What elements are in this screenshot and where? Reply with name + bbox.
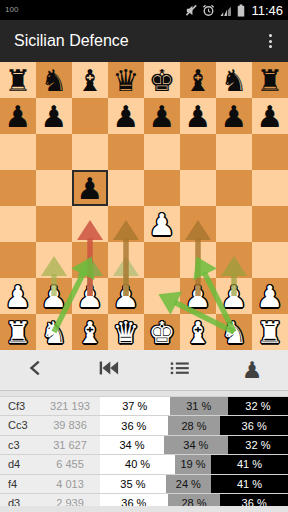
square-d5[interactable]	[108, 170, 144, 206]
navigation-toolbar: ♟	[0, 350, 288, 391]
square-e8[interactable]	[144, 62, 180, 98]
move-row-Cf3[interactable]: Cf3321 19337 %31 %32 %	[0, 396, 288, 415]
square-a7[interactable]	[0, 98, 36, 134]
square-h4[interactable]	[252, 206, 288, 242]
square-e3[interactable]	[144, 242, 180, 278]
square-b8[interactable]	[36, 62, 72, 98]
black-win-segment: 41 %	[211, 475, 288, 493]
move-row-d4[interactable]: d46 45540 %19 %41 %	[0, 454, 288, 473]
square-d7[interactable]	[108, 98, 144, 134]
square-f7[interactable]	[180, 98, 216, 134]
square-a1[interactable]	[0, 314, 36, 350]
square-g2[interactable]	[216, 278, 252, 314]
move-row-c3[interactable]: c331 62734 %34 %32 %	[0, 435, 288, 454]
square-e7[interactable]	[144, 98, 180, 134]
black-win-segment: 41 %	[211, 455, 288, 473]
signal-icon	[219, 4, 233, 17]
square-a4[interactable]	[0, 206, 36, 242]
games-count: 4 013	[40, 475, 100, 493]
square-b6[interactable]	[36, 134, 72, 170]
page-title: Sicilian Defence	[14, 32, 129, 50]
draw-segment: 24 %	[166, 475, 211, 493]
games-count: 31 627	[40, 436, 100, 454]
square-f1[interactable]	[180, 314, 216, 350]
square-c7[interactable]	[72, 98, 108, 134]
draw-segment: 34 %	[164, 436, 228, 454]
square-e6[interactable]	[144, 134, 180, 170]
square-g3[interactable]	[216, 242, 252, 278]
square-b1[interactable]	[36, 314, 72, 350]
mute-icon	[185, 4, 198, 17]
pieces-button[interactable]: ♟	[216, 350, 288, 390]
square-h5[interactable]	[252, 170, 288, 206]
square-c1[interactable]	[72, 314, 108, 350]
result-bar: 35 %24 %41 %	[100, 475, 288, 493]
skip-to-start-button[interactable]	[72, 350, 144, 390]
square-f4[interactable]	[180, 206, 216, 242]
black-win-segment: 32 %	[228, 436, 288, 454]
square-e4[interactable]	[144, 206, 180, 242]
square-a2[interactable]	[0, 278, 36, 314]
square-h2[interactable]	[252, 278, 288, 314]
moves-stats-table: Cf3321 19337 %31 %32 %Cc339 83636 %28 %3…	[0, 391, 288, 512]
move-row-Cc3[interactable]: Cc339 83636 %28 %36 %	[0, 415, 288, 434]
square-g8[interactable]	[216, 62, 252, 98]
app-bar: Sicilian Defence	[0, 20, 288, 62]
square-h1[interactable]	[252, 314, 288, 350]
move-row-f4[interactable]: f44 01335 %24 %41 %	[0, 474, 288, 493]
back-icon	[25, 357, 47, 383]
overflow-menu-button[interactable]	[267, 30, 274, 52]
square-f8[interactable]	[180, 62, 216, 98]
square-e5[interactable]	[144, 170, 180, 206]
white-win-segment: 37 %	[100, 397, 170, 415]
square-b5[interactable]	[36, 170, 72, 206]
result-bar: 34 %34 %32 %	[100, 436, 288, 454]
black-win-segment: 36 %	[220, 416, 288, 434]
square-d2[interactable]	[108, 278, 144, 314]
square-a8[interactable]	[0, 62, 36, 98]
square-d4[interactable]	[108, 206, 144, 242]
white-win-segment: 35 %	[100, 475, 166, 493]
square-c8[interactable]	[72, 62, 108, 98]
square-d1[interactable]	[108, 314, 144, 350]
games-count: 39 836	[40, 416, 100, 434]
square-a3[interactable]	[0, 242, 36, 278]
chess-board[interactable]: ♜♞♝♛♚♝♞♜♟♟♟♟♟♟♟♟♟♟♟♟♟♟♟♟♜♞♝♛♚♝♞♜	[0, 62, 288, 350]
square-h6[interactable]	[252, 134, 288, 170]
back-button[interactable]	[0, 350, 72, 390]
last-move-highlight	[72, 170, 108, 206]
move-label: d4	[8, 455, 20, 473]
square-g5[interactable]	[216, 170, 252, 206]
square-g6[interactable]	[216, 134, 252, 170]
move-list-icon	[168, 358, 192, 382]
move-label: f4	[8, 475, 17, 493]
square-c6[interactable]	[72, 134, 108, 170]
square-b4[interactable]	[36, 206, 72, 242]
skip-to-start-icon	[96, 358, 120, 382]
status-left-text: 100	[5, 0, 18, 20]
white-win-segment: 40 %	[100, 455, 175, 473]
square-b2[interactable]	[36, 278, 72, 314]
white-win-segment: 36 %	[100, 416, 168, 434]
square-d3[interactable]	[108, 242, 144, 278]
square-g7[interactable]	[216, 98, 252, 134]
square-h3[interactable]	[252, 242, 288, 278]
move-label: Cc3	[8, 416, 28, 434]
square-f6[interactable]	[180, 134, 216, 170]
square-h8[interactable]	[252, 62, 288, 98]
square-b3[interactable]	[36, 242, 72, 278]
square-a5[interactable]	[0, 170, 36, 206]
square-c4[interactable]	[72, 206, 108, 242]
square-g1[interactable]	[216, 314, 252, 350]
square-e2[interactable]	[144, 278, 180, 314]
black-win-segment: 32 %	[228, 397, 288, 415]
move-list-button[interactable]	[144, 350, 216, 390]
draw-segment: 28 %	[168, 416, 221, 434]
square-e1[interactable]	[144, 314, 180, 350]
square-d6[interactable]	[108, 134, 144, 170]
square-f5[interactable]	[180, 170, 216, 206]
result-bar: 37 %31 %32 %	[100, 397, 288, 415]
move-label: c3	[8, 436, 20, 454]
draw-segment: 19 %	[175, 455, 211, 473]
status-bar: 100 11:46	[0, 0, 288, 20]
pawn-icon: ♟	[242, 359, 263, 382]
square-a6[interactable]	[0, 134, 36, 170]
result-bar: 40 %19 %41 %	[100, 455, 288, 473]
square-f2[interactable]	[180, 278, 216, 314]
white-win-segment: 34 %	[100, 436, 164, 454]
bottom-strip	[0, 506, 288, 512]
move-label: Cf3	[8, 397, 25, 415]
square-c2[interactable]	[72, 278, 108, 314]
games-count: 321 193	[40, 397, 100, 415]
alarm-icon	[202, 4, 215, 17]
square-c3[interactable]	[72, 242, 108, 278]
square-d8[interactable]	[108, 62, 144, 98]
square-g4[interactable]	[216, 206, 252, 242]
square-f3[interactable]	[180, 242, 216, 278]
result-bar: 36 %28 %36 %	[100, 416, 288, 434]
clock-time: 11:46	[251, 3, 283, 18]
battery-icon	[237, 4, 245, 17]
draw-segment: 31 %	[170, 397, 228, 415]
square-h7[interactable]	[252, 98, 288, 134]
square-b7[interactable]	[36, 98, 72, 134]
games-count: 6 455	[40, 455, 100, 473]
